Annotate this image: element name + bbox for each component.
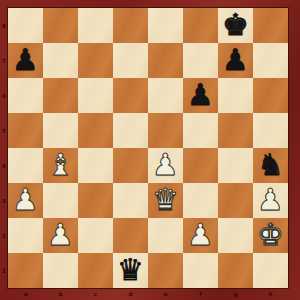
square-a1[interactable] [8,253,43,288]
square-d3[interactable] [113,183,148,218]
file-label-f: f [183,288,218,300]
square-c1[interactable] [78,253,113,288]
square-a2[interactable] [8,218,43,253]
square-h1[interactable] [253,253,288,288]
square-h8[interactable] [253,8,288,43]
square-f5[interactable] [183,113,218,148]
white-pawn-f2[interactable]: ♟ [187,220,214,250]
white-queen-e3[interactable]: ♛ [152,185,179,215]
black-king-g8[interactable]: ♚ [222,10,249,40]
square-d5[interactable] [113,113,148,148]
square-e2[interactable] [148,218,183,253]
square-g2[interactable] [218,218,253,253]
square-f8[interactable] [183,8,218,43]
white-pawn-b2[interactable]: ♟ [47,220,74,250]
square-d7[interactable] [113,43,148,78]
square-b8[interactable] [43,8,78,43]
square-e3[interactable]: ♛ [148,183,183,218]
rank-label-7: 7 [0,43,8,78]
square-b7[interactable] [43,43,78,78]
black-pawn-f6[interactable]: ♟ [187,80,214,110]
square-a8[interactable] [8,8,43,43]
rank-label-6: 6 [0,78,8,113]
chess-board: ♚♟♟♟♝♟♞♟♛♟♟♟♚♛ [8,8,288,288]
square-b2[interactable]: ♟ [43,218,78,253]
square-c4[interactable] [78,148,113,183]
square-c2[interactable] [78,218,113,253]
square-h2[interactable]: ♚ [253,218,288,253]
square-h3[interactable]: ♟ [253,183,288,218]
file-label-c: c [78,288,113,300]
square-d4[interactable] [113,148,148,183]
white-king-h2[interactable]: ♚ [257,220,284,250]
file-label-g: g [218,288,253,300]
square-a7[interactable]: ♟ [8,43,43,78]
white-bishop-b4[interactable]: ♝ [47,150,74,180]
file-label-h: h [253,288,288,300]
rank-label-5: 5 [0,113,8,148]
white-pawn-a3[interactable]: ♟ [12,185,39,215]
square-e4[interactable]: ♟ [148,148,183,183]
rank-label-4: 4 [0,148,8,183]
white-pawn-h3[interactable]: ♟ [257,185,284,215]
square-h6[interactable] [253,78,288,113]
square-e8[interactable] [148,8,183,43]
square-a5[interactable] [8,113,43,148]
rank-label-1: 1 [0,253,8,288]
file-label-e: e [148,288,183,300]
square-h5[interactable] [253,113,288,148]
file-label-b: b [43,288,78,300]
white-pawn-e4[interactable]: ♟ [152,150,179,180]
square-f7[interactable] [183,43,218,78]
square-f3[interactable] [183,183,218,218]
square-a3[interactable]: ♟ [8,183,43,218]
square-b6[interactable] [43,78,78,113]
square-g6[interactable] [218,78,253,113]
chessboard-frame: ♚♟♟♟♝♟♞♟♛♟♟♟♚♛ 87654321abcdefgh [0,0,300,300]
square-c5[interactable] [78,113,113,148]
square-c6[interactable] [78,78,113,113]
square-g4[interactable] [218,148,253,183]
square-g8[interactable]: ♚ [218,8,253,43]
square-d6[interactable] [113,78,148,113]
square-h4[interactable]: ♞ [253,148,288,183]
square-a6[interactable] [8,78,43,113]
square-b1[interactable] [43,253,78,288]
square-e5[interactable] [148,113,183,148]
square-c3[interactable] [78,183,113,218]
square-g5[interactable] [218,113,253,148]
black-pawn-g7[interactable]: ♟ [222,45,249,75]
rank-label-3: 3 [0,183,8,218]
square-h7[interactable] [253,43,288,78]
square-a4[interactable] [8,148,43,183]
square-e7[interactable] [148,43,183,78]
square-d8[interactable] [113,8,148,43]
file-label-d: d [113,288,148,300]
file-label-a: a [8,288,43,300]
black-pawn-a7[interactable]: ♟ [12,45,39,75]
square-d1[interactable]: ♛ [113,253,148,288]
square-f6[interactable]: ♟ [183,78,218,113]
black-queen-d1[interactable]: ♛ [117,255,144,285]
square-b4[interactable]: ♝ [43,148,78,183]
rank-label-8: 8 [0,8,8,43]
square-f1[interactable] [183,253,218,288]
square-d2[interactable] [113,218,148,253]
square-b5[interactable] [43,113,78,148]
square-e6[interactable] [148,78,183,113]
square-c8[interactable] [78,8,113,43]
square-f4[interactable] [183,148,218,183]
square-g7[interactable]: ♟ [218,43,253,78]
square-c7[interactable] [78,43,113,78]
square-b3[interactable] [43,183,78,218]
square-f2[interactable]: ♟ [183,218,218,253]
rank-label-2: 2 [0,218,8,253]
black-knight-h4[interactable]: ♞ [257,150,284,180]
square-g1[interactable] [218,253,253,288]
square-e1[interactable] [148,253,183,288]
square-g3[interactable] [218,183,253,218]
